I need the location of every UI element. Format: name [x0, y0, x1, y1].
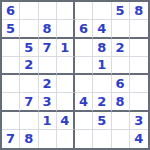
- cell-r1c2[interactable]: [20, 2, 38, 20]
- cell-r3c5[interactable]: [75, 39, 93, 57]
- cell-r1c5[interactable]: [75, 2, 93, 20]
- cell-r7c3[interactable]: 1: [39, 112, 57, 130]
- cell-r6c6[interactable]: 2: [93, 93, 111, 111]
- cell-r3c8[interactable]: [130, 39, 148, 57]
- cell-r4c6[interactable]: 1: [93, 57, 111, 75]
- cell-r4c7[interactable]: [112, 57, 130, 75]
- given-digit: 6: [6, 4, 15, 17]
- given-digit: 2: [97, 95, 106, 108]
- cell-r7c5[interactable]: [75, 112, 93, 130]
- cell-r5c8[interactable]: [130, 75, 148, 93]
- given-digit: 2: [24, 58, 33, 71]
- cell-r8c5[interactable]: [75, 130, 93, 148]
- cell-r2c3[interactable]: 8: [39, 20, 57, 38]
- cell-r5c4[interactable]: [57, 75, 75, 93]
- given-digit: 7: [6, 132, 15, 145]
- cell-r4c4[interactable]: [57, 57, 75, 75]
- given-digit: 8: [24, 132, 33, 145]
- given-digit: 4: [134, 132, 143, 145]
- cell-r3c6[interactable]: 8: [93, 39, 111, 57]
- cell-r6c5[interactable]: 4: [75, 93, 93, 111]
- given-digit: 4: [60, 114, 69, 127]
- cell-r8c7[interactable]: [112, 130, 130, 148]
- cell-r4c2[interactable]: 2: [20, 57, 38, 75]
- given-digit: 5: [116, 4, 125, 17]
- cell-r7c8[interactable]: 3: [130, 112, 148, 130]
- cell-r2c8[interactable]: [130, 20, 148, 38]
- cell-r8c8[interactable]: 4: [130, 130, 148, 148]
- cell-r4c1[interactable]: [2, 57, 20, 75]
- cell-r6c3[interactable]: 3: [39, 93, 57, 111]
- cell-r6c1[interactable]: [2, 93, 20, 111]
- given-digit: 6: [116, 77, 125, 90]
- cell-r1c7[interactable]: 5: [112, 2, 130, 20]
- cell-r2c1[interactable]: 5: [2, 20, 20, 38]
- given-digit: 7: [24, 95, 33, 108]
- cell-r1c6[interactable]: [93, 2, 111, 20]
- cell-r6c7[interactable]: 8: [112, 93, 130, 111]
- given-digit: 2: [116, 41, 125, 54]
- cell-r1c8[interactable]: 8: [130, 2, 148, 20]
- cell-r8c1[interactable]: 7: [2, 130, 20, 148]
- given-digit: 5: [24, 41, 33, 54]
- given-digit: 7: [43, 41, 52, 54]
- cell-r5c1[interactable]: [2, 75, 20, 93]
- cell-r2c7[interactable]: [112, 20, 130, 38]
- given-digit: 1: [60, 41, 69, 54]
- cell-r8c6[interactable]: [93, 130, 111, 148]
- given-digit: 3: [43, 95, 52, 108]
- cell-r8c3[interactable]: [39, 130, 57, 148]
- given-digit: 8: [43, 22, 52, 35]
- cell-r6c4[interactable]: [57, 93, 75, 111]
- sudoku-board: 6585864571822126734281453784: [0, 0, 150, 150]
- cell-r5c6[interactable]: [93, 75, 111, 93]
- cell-r6c2[interactable]: 7: [20, 93, 38, 111]
- cell-r6c8[interactable]: [130, 93, 148, 111]
- given-digit: 1: [43, 114, 52, 127]
- cell-r7c1[interactable]: [2, 112, 20, 130]
- given-digit: 3: [134, 114, 143, 127]
- cell-r5c3[interactable]: 2: [39, 75, 57, 93]
- given-digit: 1: [97, 58, 106, 71]
- cell-r7c2[interactable]: [20, 112, 38, 130]
- cell-r3c3[interactable]: 7: [39, 39, 57, 57]
- cell-r2c4[interactable]: [57, 20, 75, 38]
- cell-r7c7[interactable]: [112, 112, 130, 130]
- cell-r8c4[interactable]: [57, 130, 75, 148]
- cell-r4c3[interactable]: [39, 57, 57, 75]
- cell-r3c2[interactable]: 5: [20, 39, 38, 57]
- cell-r5c5[interactable]: [75, 75, 93, 93]
- cell-r1c3[interactable]: [39, 2, 57, 20]
- given-digit: 6: [79, 22, 88, 35]
- cell-r1c1[interactable]: 6: [2, 2, 20, 20]
- cell-r3c4[interactable]: 1: [57, 39, 75, 57]
- cell-r2c6[interactable]: 4: [93, 20, 111, 38]
- given-digit: 5: [6, 22, 15, 35]
- cell-r2c2[interactable]: [20, 20, 38, 38]
- cell-r7c6[interactable]: 5: [93, 112, 111, 130]
- cell-r7c4[interactable]: 4: [57, 112, 75, 130]
- cell-r2c5[interactable]: 6: [75, 20, 93, 38]
- cell-r3c7[interactable]: 2: [112, 39, 130, 57]
- cell-r4c5[interactable]: [75, 57, 93, 75]
- given-digit: 8: [97, 41, 106, 54]
- given-digit: 4: [97, 22, 106, 35]
- cell-r4c8[interactable]: [130, 57, 148, 75]
- given-digit: 2: [43, 77, 52, 90]
- cell-r5c7[interactable]: 6: [112, 75, 130, 93]
- cell-r1c4[interactable]: [57, 2, 75, 20]
- cell-r5c2[interactable]: [20, 75, 38, 93]
- cell-r8c2[interactable]: 8: [20, 130, 38, 148]
- given-digit: 4: [79, 95, 88, 108]
- given-digit: 8: [134, 4, 143, 17]
- given-digit: 5: [97, 114, 106, 127]
- given-digit: 8: [116, 95, 125, 108]
- cell-r3c1[interactable]: [2, 39, 20, 57]
